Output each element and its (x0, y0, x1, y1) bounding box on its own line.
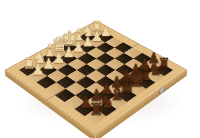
product-photo: ♜♞♝♛♚♝♞♜♟♟♟♟♟♟♟♟♟♟♟♟♟♟♟♟♜♞♝♛♚♝♞♜ (0, 0, 200, 138)
chess-board: ♜♞♝♛♚♝♞♜♟♟♟♟♟♟♟♟♟♟♟♟♟♟♟♟♜♞♝♛♚♝♞♜ (5, 21, 188, 136)
white-pawn-glyph: ♟ (26, 63, 50, 78)
black-rook-glyph: ♜ (83, 101, 110, 118)
board-grid: ♜♞♝♛♚♝♞♜♟♟♟♟♟♟♟♟♟♟♟♟♟♟♟♟♜♞♝♛♚♝♞♜ (19, 28, 173, 124)
latch-icon (160, 87, 165, 94)
square: ♜ (85, 109, 106, 124)
chess-scene: ♜♞♝♛♚♝♞♜♟♟♟♟♟♟♟♟♟♟♟♟♟♟♟♟♜♞♝♛♚♝♞♜ (0, 0, 200, 138)
